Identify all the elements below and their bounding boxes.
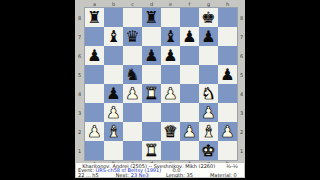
piece-black-king: ♚ [201,10,215,26]
square-g4[interactable]: ♞ [199,84,218,103]
piece-white-queen: ♛ [163,124,177,140]
square-f3[interactable] [180,103,199,122]
square-f8[interactable] [180,8,199,27]
square-a3[interactable] [85,103,104,122]
screenshot-root: ♜♜♚♝♛♝♟♟♟♟♟♞♟♟♟♜♟♞♟♟♟♝♛♟♝♟♜♚ abcdefgh ab… [0,0,320,180]
square-h8[interactable] [218,8,237,27]
square-e6[interactable]: ♟ [161,46,180,65]
chess-board: ♜♜♚♝♛♝♟♟♟♟♟♞♟♟♟♜♟♞♟♟♟♝♛♟♝♟♜♚ [85,8,237,160]
square-f5[interactable] [180,65,199,84]
square-d7[interactable] [142,27,161,46]
square-d8[interactable]: ♜ [142,8,161,27]
piece-white-pawn: ♟ [163,86,177,102]
piece-black-pawn: ♟ [182,29,196,45]
square-e8[interactable] [161,8,180,27]
square-h5[interactable]: ♟ [218,65,237,84]
piece-white-rook: ♜ [144,143,158,159]
square-a1[interactable] [85,141,104,160]
square-a4[interactable] [85,84,104,103]
square-c6[interactable] [123,46,142,65]
square-h3[interactable] [218,103,237,122]
board-panel: ♜♜♚♝♛♝♟♟♟♟♟♞♟♟♟♜♟♞♟♟♟♝♛♟♝♟♜♚ abcdefgh ab… [75,0,245,178]
rank-label-right-5: 5 [237,65,246,84]
square-e7[interactable]: ♝ [161,27,180,46]
square-a7[interactable] [85,27,104,46]
square-h2[interactable]: ♟ [218,122,237,141]
rank-label-left-4: 4 [75,84,84,103]
piece-white-bishop: ♝ [106,124,120,140]
rank-label-left-1: 1 [75,141,84,160]
piece-white-knight: ♞ [201,86,215,102]
square-c4[interactable]: ♟ [123,84,142,103]
file-label-top-b: b [104,1,123,7]
piece-black-queen: ♛ [125,29,139,45]
rank-label-left-7: 7 [75,27,84,46]
square-g6[interactable] [199,46,218,65]
square-a8[interactable]: ♜ [85,8,104,27]
square-c3[interactable] [123,103,142,122]
game-info-bar: Kharitonov, Andrei (2505) -- Sveshnikov,… [76,163,244,177]
piece-white-pawn: ♟ [125,86,139,102]
square-f2[interactable]: ♟ [180,122,199,141]
square-g2[interactable]: ♝ [199,122,218,141]
square-g7[interactable]: ♟ [199,27,218,46]
square-f1[interactable] [180,141,199,160]
square-g1[interactable]: ♚ [199,141,218,160]
piece-black-pawn: ♟ [144,48,158,64]
square-d5[interactable] [142,65,161,84]
piece-white-king: ♚ [201,143,215,159]
rank-label-right-3: 3 [237,103,246,122]
file-label-top-g: g [199,1,218,7]
rank-label-right-6: 6 [237,46,246,65]
square-h6[interactable] [218,46,237,65]
game-length: Length: 35 [166,173,193,178]
file-label-top-h: h [218,1,237,7]
piece-black-rook: ♜ [87,10,101,26]
rank-label-right-1: 1 [237,141,246,160]
file-label-top-d: d [142,1,161,7]
square-c8[interactable] [123,8,142,27]
piece-white-bishop: ♝ [201,124,215,140]
square-d4[interactable]: ♜ [142,84,161,103]
square-d2[interactable] [142,122,161,141]
square-c1[interactable] [123,141,142,160]
square-h1[interactable] [218,141,237,160]
square-g8[interactable]: ♚ [199,8,218,27]
square-b2[interactable]: ♝ [104,122,123,141]
rank-label-left-5: 5 [75,65,84,84]
square-e5[interactable] [161,65,180,84]
square-b6[interactable] [104,46,123,65]
piece-black-pawn: ♟ [220,67,234,83]
piece-white-rook: ♜ [144,86,158,102]
file-label-top-f: f [180,1,199,7]
status-line: 22 ... h5 Next: 23 Ne3 Length: 35 Materi… [78,173,242,178]
rank-label-left-8: 8 [75,8,84,27]
piece-white-pawn: ♟ [182,124,196,140]
piece-black-pawn: ♟ [106,86,120,102]
square-a5[interactable] [85,65,104,84]
piece-white-pawn: ♟ [106,105,120,121]
piece-black-pawn: ♟ [87,48,101,64]
material-balance: Material: 0 [210,173,237,178]
square-f4[interactable] [180,84,199,103]
last-move: 22 ... h5 [78,173,99,178]
rank-label-right-2: 2 [237,122,246,141]
piece-black-pawn: ♟ [201,29,215,45]
square-e2[interactable]: ♛ [161,122,180,141]
piece-black-knight: ♞ [125,67,139,83]
rank-label-left-6: 6 [75,46,84,65]
next-move-link[interactable]: 23 Ne3 [131,173,149,178]
square-d3[interactable] [142,103,161,122]
rank-label-left-3: 3 [75,103,84,122]
square-a2[interactable]: ♟ [85,122,104,141]
rank-label-right-7: 7 [237,27,246,46]
file-label-top-c: c [123,1,142,7]
next-move-label: Next: [116,173,129,178]
rank-label-right-8: 8 [237,8,246,27]
piece-black-pawn: ♟ [163,48,177,64]
square-e1[interactable] [161,141,180,160]
rank-label-left-2: 2 [75,122,84,141]
square-h4[interactable] [218,84,237,103]
piece-white-pawn: ♟ [201,105,215,121]
square-b7[interactable]: ♝ [104,27,123,46]
square-c7[interactable]: ♛ [123,27,142,46]
square-b4[interactable]: ♟ [104,84,123,103]
piece-black-bishop: ♝ [106,29,120,45]
piece-white-pawn: ♟ [220,124,234,140]
square-e3[interactable] [161,103,180,122]
square-a6[interactable]: ♟ [85,46,104,65]
square-f7[interactable]: ♟ [180,27,199,46]
piece-black-rook: ♜ [144,10,158,26]
square-b5[interactable] [104,65,123,84]
file-label-top-a: a [85,1,104,7]
square-f6[interactable] [180,46,199,65]
square-g5[interactable] [199,65,218,84]
square-b8[interactable] [104,8,123,27]
square-b1[interactable] [104,141,123,160]
piece-white-pawn: ♟ [87,124,101,140]
square-b3[interactable]: ♟ [104,103,123,122]
rank-label-right-4: 4 [237,84,246,103]
square-g3[interactable]: ♟ [199,103,218,122]
square-c5[interactable]: ♞ [123,65,142,84]
square-h7[interactable] [218,27,237,46]
file-label-top-e: e [161,1,180,7]
square-d6[interactable]: ♟ [142,46,161,65]
square-d1[interactable]: ♜ [142,141,161,160]
piece-black-bishop: ♝ [163,29,177,45]
square-e4[interactable]: ♟ [161,84,180,103]
square-c2[interactable] [123,122,142,141]
